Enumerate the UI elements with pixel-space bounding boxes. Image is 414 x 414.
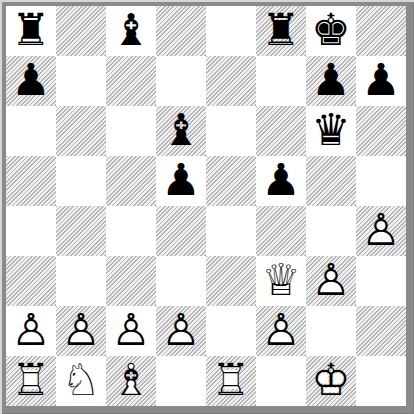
black-queen: ♛ [306,106,356,156]
square-a7[interactable]: ♟ [6,56,56,106]
square-f5[interactable]: ♟ [256,156,306,206]
square-a2[interactable]: ♟♙ [6,306,56,356]
black-pawn: ♟ [6,56,56,106]
square-g3[interactable]: ♟♙ [306,256,356,306]
white-rook: ♖ [6,356,56,406]
square-h8[interactable] [356,6,406,56]
square-c5[interactable] [106,156,156,206]
square-f6[interactable] [256,106,306,156]
square-a5[interactable] [6,156,56,206]
square-c6[interactable] [106,106,156,156]
square-g8[interactable]: ♚ [306,6,356,56]
black-rook: ♜ [256,6,306,56]
square-g2[interactable] [306,306,356,356]
chess-board: ♜♝♜♚♟♟♟♝♛♟♟♟♙♛♕♟♙♟♙♟♙♟♙♟♙♟♙♜♖♞♘♝♗♜♖♚♔ [6,6,406,406]
square-e6[interactable] [206,106,256,156]
white-knight: ♘ [56,356,106,406]
square-h3[interactable] [356,256,406,306]
square-a1[interactable]: ♜♖ [6,356,56,406]
square-b1[interactable]: ♞♘ [56,356,106,406]
black-pawn: ♟ [356,56,406,106]
black-king: ♚ [306,6,356,56]
board-frame: ♜♝♜♚♟♟♟♝♛♟♟♟♙♛♕♟♙♟♙♟♙♟♙♟♙♟♙♜♖♞♘♝♗♜♖♚♔ [0,0,414,414]
white-pawn: ♙ [306,256,356,306]
square-d1[interactable] [156,356,206,406]
white-pawn: ♙ [106,306,156,356]
square-e8[interactable] [206,6,256,56]
square-d8[interactable] [156,6,206,56]
white-pawn-fill: ♟ [256,306,306,356]
white-pawn-fill: ♟ [356,206,406,256]
square-c8[interactable]: ♝ [106,6,156,56]
white-pawn: ♙ [256,306,306,356]
black-pawn: ♟ [256,156,306,206]
square-g6[interactable]: ♛ [306,106,356,156]
square-f7[interactable] [256,56,306,106]
square-c1[interactable]: ♝♗ [106,356,156,406]
square-d7[interactable] [156,56,206,106]
square-f2[interactable]: ♟♙ [256,306,306,356]
square-f8[interactable]: ♜ [256,6,306,56]
square-a4[interactable] [6,206,56,256]
square-d3[interactable] [156,256,206,306]
white-pawn-fill: ♟ [6,306,56,356]
square-b4[interactable] [56,206,106,256]
square-h2[interactable] [356,306,406,356]
square-a3[interactable] [6,256,56,306]
square-g5[interactable] [306,156,356,206]
square-e5[interactable] [206,156,256,206]
square-h5[interactable] [356,156,406,206]
square-e3[interactable] [206,256,256,306]
square-d4[interactable] [156,206,206,256]
black-bishop: ♝ [156,106,206,156]
square-c4[interactable] [106,206,156,256]
square-g4[interactable] [306,206,356,256]
white-queen-fill: ♛ [256,256,306,306]
square-e2[interactable] [206,306,256,356]
square-c7[interactable] [106,56,156,106]
square-h7[interactable]: ♟ [356,56,406,106]
square-e4[interactable] [206,206,256,256]
square-c3[interactable] [106,256,156,306]
white-pawn: ♙ [6,306,56,356]
white-rook-fill: ♜ [206,356,256,406]
square-b3[interactable] [56,256,106,306]
white-pawn-fill: ♟ [106,306,156,356]
square-a8[interactable]: ♜ [6,6,56,56]
square-g1[interactable]: ♚♔ [306,356,356,406]
square-e7[interactable] [206,56,256,106]
square-a6[interactable] [6,106,56,156]
white-queen: ♕ [256,256,306,306]
black-bishop: ♝ [106,6,156,56]
white-pawn-fill: ♟ [156,306,206,356]
white-rook-fill: ♜ [6,356,56,406]
square-b6[interactable] [56,106,106,156]
square-g7[interactable]: ♟ [306,56,356,106]
white-king: ♔ [306,356,356,406]
black-rook: ♜ [6,6,56,56]
square-h1[interactable] [356,356,406,406]
white-pawn: ♙ [56,306,106,356]
square-b8[interactable] [56,6,106,56]
square-b5[interactable] [56,156,106,206]
white-pawn: ♙ [156,306,206,356]
square-e1[interactable]: ♜♖ [206,356,256,406]
black-pawn: ♟ [306,56,356,106]
square-d2[interactable]: ♟♙ [156,306,206,356]
square-f1[interactable] [256,356,306,406]
square-d5[interactable]: ♟ [156,156,206,206]
white-bishop-fill: ♝ [106,356,156,406]
square-d6[interactable]: ♝ [156,106,206,156]
square-f4[interactable] [256,206,306,256]
white-bishop: ♗ [106,356,156,406]
square-h4[interactable]: ♟♙ [356,206,406,256]
white-pawn-fill: ♟ [306,256,356,306]
square-h6[interactable] [356,106,406,156]
white-knight-fill: ♞ [56,356,106,406]
square-b2[interactable]: ♟♙ [56,306,106,356]
white-rook: ♖ [206,356,256,406]
black-pawn: ♟ [156,156,206,206]
white-pawn: ♙ [356,206,406,256]
square-f3[interactable]: ♛♕ [256,256,306,306]
white-pawn-fill: ♟ [56,306,106,356]
white-king-fill: ♚ [306,356,356,406]
square-c2[interactable]: ♟♙ [106,306,156,356]
square-b7[interactable] [56,56,106,106]
